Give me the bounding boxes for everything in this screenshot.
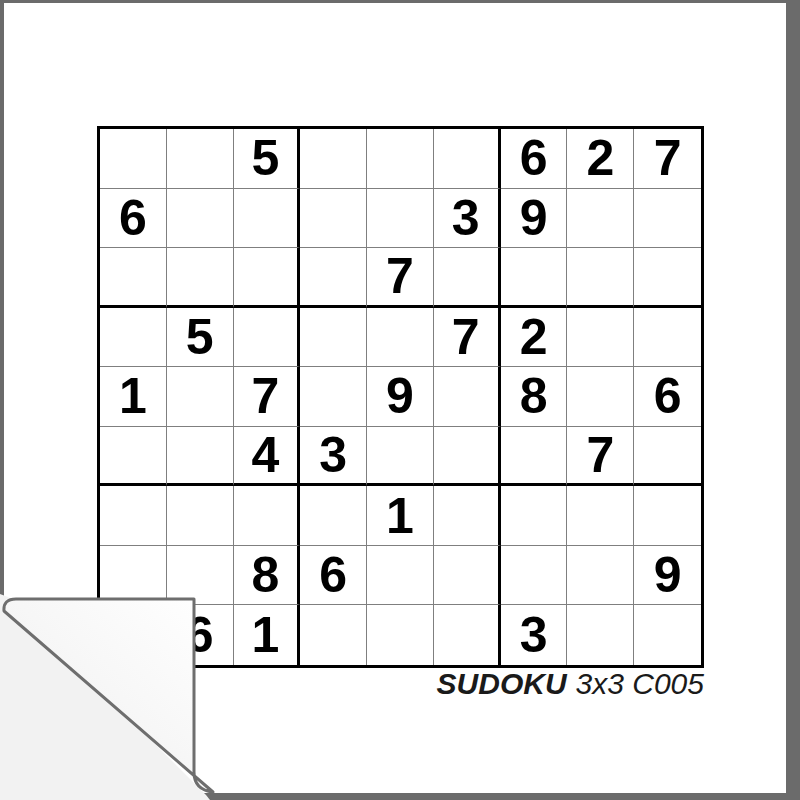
sudoku-grid: 56276397572179864371869613 (97, 126, 704, 668)
cell-r7c1[interactable] (100, 486, 167, 546)
cell-r4c4[interactable] (300, 308, 367, 368)
cell-r7c6[interactable] (434, 486, 501, 546)
cell-r1c7[interactable]: 6 (501, 129, 568, 189)
cell-r9c4[interactable] (300, 605, 367, 665)
cell-r7c2[interactable] (167, 486, 234, 546)
cell-r8c1[interactable] (100, 546, 167, 606)
cell-r8c5[interactable] (367, 546, 434, 606)
cell-r8c4[interactable]: 6 (300, 546, 367, 606)
cell-r4c5[interactable] (367, 308, 434, 368)
cell-r9c9[interactable] (634, 605, 701, 665)
cell-r3c8[interactable] (567, 248, 634, 308)
cell-r3c5[interactable]: 7 (367, 248, 434, 308)
cell-r1c3[interactable]: 5 (234, 129, 301, 189)
cell-r4c8[interactable] (567, 308, 634, 368)
cell-r6c6[interactable] (434, 427, 501, 487)
cell-r2c6[interactable]: 3 (434, 189, 501, 249)
puzzle-id: 3x3 C005 (576, 667, 704, 700)
cell-r6c8[interactable]: 7 (567, 427, 634, 487)
cell-r8c2[interactable] (167, 546, 234, 606)
cell-r5c2[interactable] (167, 367, 234, 427)
cell-r4c1[interactable] (100, 308, 167, 368)
cell-r9c8[interactable] (567, 605, 634, 665)
cell-r6c7[interactable] (501, 427, 568, 487)
cell-r5c3[interactable]: 7 (234, 367, 301, 427)
cell-r7c7[interactable] (501, 486, 568, 546)
cell-r6c1[interactable] (100, 427, 167, 487)
cell-r5c4[interactable] (300, 367, 367, 427)
cell-r1c8[interactable]: 2 (567, 129, 634, 189)
cell-r2c9[interactable] (634, 189, 701, 249)
cell-r1c5[interactable] (367, 129, 434, 189)
cell-r3c3[interactable] (234, 248, 301, 308)
cell-r5c7[interactable]: 8 (501, 367, 568, 427)
cell-r9c7[interactable]: 3 (501, 605, 568, 665)
cell-r4c2[interactable]: 5 (167, 308, 234, 368)
cell-r6c5[interactable] (367, 427, 434, 487)
cell-r9c5[interactable] (367, 605, 434, 665)
cell-r2c1[interactable]: 6 (100, 189, 167, 249)
puzzle-caption: SUDOKU3x3 C005 (437, 669, 704, 699)
cell-r7c8[interactable] (567, 486, 634, 546)
cell-r3c7[interactable] (501, 248, 568, 308)
cell-r4c3[interactable] (234, 308, 301, 368)
cell-r4c6[interactable]: 7 (434, 308, 501, 368)
cell-r1c1[interactable] (100, 129, 167, 189)
cell-r5c5[interactable]: 9 (367, 367, 434, 427)
cell-r1c2[interactable] (167, 129, 234, 189)
cell-r7c9[interactable] (634, 486, 701, 546)
puzzle-title: SUDOKU (437, 667, 567, 700)
cell-r8c6[interactable] (434, 546, 501, 606)
cell-r7c5[interactable]: 1 (367, 486, 434, 546)
cell-r5c9[interactable]: 6 (634, 367, 701, 427)
cell-r3c4[interactable] (300, 248, 367, 308)
cell-r5c8[interactable] (567, 367, 634, 427)
cell-r1c6[interactable] (434, 129, 501, 189)
cell-r2c7[interactable]: 9 (501, 189, 568, 249)
cell-r8c7[interactable] (501, 546, 568, 606)
cell-r8c3[interactable]: 8 (234, 546, 301, 606)
cell-r6c4[interactable]: 3 (300, 427, 367, 487)
cell-r3c9[interactable] (634, 248, 701, 308)
cell-r6c9[interactable] (634, 427, 701, 487)
cell-r2c3[interactable] (234, 189, 301, 249)
cell-r3c2[interactable] (167, 248, 234, 308)
cell-r2c4[interactable] (300, 189, 367, 249)
cell-r2c5[interactable] (367, 189, 434, 249)
cell-r9c2[interactable]: 6 (167, 605, 234, 665)
cell-r4c9[interactable] (634, 308, 701, 368)
cell-r5c1[interactable]: 1 (100, 367, 167, 427)
cell-r8c9[interactable]: 9 (634, 546, 701, 606)
cell-r4c7[interactable]: 2 (501, 308, 568, 368)
cell-r9c6[interactable] (434, 605, 501, 665)
cell-r1c9[interactable]: 7 (634, 129, 701, 189)
cell-r8c8[interactable] (567, 546, 634, 606)
cell-r7c4[interactable] (300, 486, 367, 546)
cell-r2c8[interactable] (567, 189, 634, 249)
cell-r9c1[interactable] (100, 605, 167, 665)
cell-r9c3[interactable]: 1 (234, 605, 301, 665)
cell-r6c2[interactable] (167, 427, 234, 487)
cell-r5c6[interactable] (434, 367, 501, 427)
cell-r7c3[interactable] (234, 486, 301, 546)
cell-r3c1[interactable] (100, 248, 167, 308)
cell-r1c4[interactable] (300, 129, 367, 189)
cell-r2c2[interactable] (167, 189, 234, 249)
cell-r3c6[interactable] (434, 248, 501, 308)
cell-r6c3[interactable]: 4 (234, 427, 301, 487)
